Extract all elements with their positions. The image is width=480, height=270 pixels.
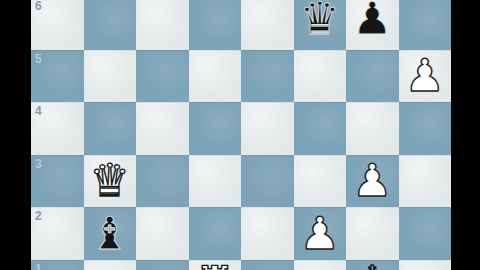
square-c2[interactable] xyxy=(136,207,189,260)
square-f5[interactable] xyxy=(294,50,347,103)
piece-black-pawn-g6[interactable]: ♟ xyxy=(346,0,399,45)
square-g4[interactable] xyxy=(346,102,399,155)
square-c3[interactable] xyxy=(136,155,189,208)
square-a3[interactable]: 3 xyxy=(31,155,84,208)
piece-black-queen-f6[interactable]: ♛ xyxy=(294,0,347,45)
square-e4[interactable] xyxy=(241,102,294,155)
rank-label-5: 5 xyxy=(35,52,42,66)
rank-label-6: 6 xyxy=(35,0,42,13)
square-a6[interactable]: 6 xyxy=(31,0,84,50)
square-b6[interactable] xyxy=(84,0,137,50)
square-f3[interactable] xyxy=(294,155,347,208)
rank-label-4: 4 xyxy=(35,104,42,118)
square-b5[interactable] xyxy=(84,50,137,103)
square-h5[interactable]: ♟ xyxy=(399,50,452,103)
piece-white-pawn-f2[interactable]: ♟ xyxy=(294,207,347,260)
square-b3[interactable]: ♛ xyxy=(84,155,137,208)
square-b4[interactable] xyxy=(84,102,137,155)
square-f2[interactable]: ♟ xyxy=(294,207,347,260)
square-c6[interactable] xyxy=(136,0,189,50)
square-h3[interactable] xyxy=(399,155,452,208)
square-c4[interactable] xyxy=(136,102,189,155)
square-e2[interactable] xyxy=(241,207,294,260)
square-h1[interactable] xyxy=(399,260,452,270)
square-d6[interactable] xyxy=(189,0,242,50)
chess-board: 6♛♟5♟43♛♟2♝♟1♜♚ xyxy=(31,0,451,270)
square-c1[interactable] xyxy=(136,260,189,270)
piece-white-pawn-g3[interactable]: ♟ xyxy=(346,155,399,208)
square-e1[interactable] xyxy=(241,260,294,270)
rank-label-3: 3 xyxy=(35,157,42,171)
square-a2[interactable]: 2 xyxy=(31,207,84,260)
square-f6[interactable]: ♛ xyxy=(294,0,347,50)
square-g1[interactable]: ♚ xyxy=(346,260,399,270)
square-a5[interactable]: 5 xyxy=(31,50,84,103)
piece-white-king-g1[interactable]: ♚ xyxy=(346,257,399,270)
square-g6[interactable]: ♟ xyxy=(346,0,399,50)
square-c5[interactable] xyxy=(136,50,189,103)
piece-white-queen-b3[interactable]: ♛ xyxy=(84,155,137,208)
square-h4[interactable] xyxy=(399,102,452,155)
square-e3[interactable] xyxy=(241,155,294,208)
square-g5[interactable] xyxy=(346,50,399,103)
square-d4[interactable] xyxy=(189,102,242,155)
square-h6[interactable] xyxy=(399,0,452,50)
square-d2[interactable] xyxy=(189,207,242,260)
square-d3[interactable] xyxy=(189,155,242,208)
square-a1[interactable]: 1 xyxy=(31,260,84,270)
square-e6[interactable] xyxy=(241,0,294,50)
square-f1[interactable] xyxy=(294,260,347,270)
piece-black-bishop-b2[interactable]: ♝ xyxy=(84,207,137,260)
letterbox-right-bar xyxy=(451,0,480,270)
piece-white-pawn-h5[interactable]: ♟ xyxy=(399,50,452,103)
square-b1[interactable] xyxy=(84,260,137,270)
rank-label-2: 2 xyxy=(35,209,42,223)
square-h2[interactable] xyxy=(399,207,452,260)
square-f4[interactable] xyxy=(294,102,347,155)
square-d1[interactable]: ♜ xyxy=(189,260,242,270)
letterbox-left-bar xyxy=(0,0,31,270)
square-e5[interactable] xyxy=(241,50,294,103)
square-a4[interactable]: 4 xyxy=(31,102,84,155)
square-b2[interactable]: ♝ xyxy=(84,207,137,260)
square-d5[interactable] xyxy=(189,50,242,103)
piece-white-rook-d1[interactable]: ♜ xyxy=(189,257,242,270)
square-g2[interactable] xyxy=(346,207,399,260)
rank-label-1: 1 xyxy=(35,262,42,270)
square-g3[interactable]: ♟ xyxy=(346,155,399,208)
